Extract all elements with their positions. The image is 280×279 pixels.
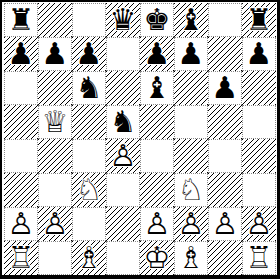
square-h1: ♖	[242, 241, 276, 275]
board-frame: ♜♛♚♝♜♟♟♟♟♟♟♞♝♟♕♞♙♘♘♙♙♙♙♙♙♖♗♔♗♖	[0, 0, 280, 279]
black-knight-c6: ♞	[73, 71, 105, 105]
square-f1: ♗	[174, 241, 208, 275]
square-a7: ♟	[4, 37, 38, 71]
square-f3: ♘	[174, 173, 208, 207]
square-g2: ♙	[208, 207, 242, 241]
white-pawn-e2: ♙	[141, 207, 173, 241]
square-f8: ♝	[174, 3, 208, 37]
square-e1: ♔	[140, 241, 174, 275]
square-h2: ♙	[242, 207, 276, 241]
square-d4: ♙	[106, 139, 140, 173]
white-rook-a1: ♖	[4, 241, 38, 275]
square-e2: ♙	[140, 207, 174, 241]
black-pawn-b7: ♟	[39, 37, 71, 71]
square-f7: ♟	[174, 37, 208, 71]
square-e4	[140, 139, 174, 173]
square-a4	[4, 139, 38, 173]
square-c8	[72, 3, 106, 37]
square-f2: ♙	[174, 207, 208, 241]
square-c4	[72, 139, 106, 173]
white-bishop-c1: ♗	[72, 241, 106, 275]
black-pawn-c7: ♟	[72, 37, 106, 71]
square-e5	[140, 105, 174, 139]
square-d2	[106, 207, 140, 241]
square-b5: ♕	[38, 105, 72, 139]
black-rook-a8: ♜	[5, 3, 37, 37]
white-pawn-a2: ♙	[5, 207, 37, 241]
square-b2: ♙	[38, 207, 72, 241]
square-g4	[208, 139, 242, 173]
square-f6	[174, 71, 208, 105]
square-h3	[242, 173, 276, 207]
square-e8: ♚	[140, 3, 174, 37]
white-queen-b5: ♕	[39, 105, 71, 139]
white-bishop-f1: ♗	[175, 241, 207, 275]
white-pawn-b2: ♙	[38, 207, 72, 241]
chess-board: ♜♛♚♝♜♟♟♟♟♟♟♞♝♟♕♞♙♘♘♙♙♙♙♙♙♖♗♔♗♖	[4, 3, 276, 275]
black-bishop-f8: ♝	[174, 3, 208, 37]
square-c7: ♟	[72, 37, 106, 71]
square-c2	[72, 207, 106, 241]
square-h5	[242, 105, 276, 139]
square-g5	[208, 105, 242, 139]
square-c3: ♘	[72, 173, 106, 207]
black-pawn-e7: ♟	[140, 37, 174, 71]
black-rook-h8: ♜	[242, 3, 276, 37]
white-pawn-d4: ♙	[106, 139, 140, 173]
square-b4	[38, 139, 72, 173]
square-d5: ♞	[106, 105, 140, 139]
square-h8: ♜	[242, 3, 276, 37]
square-g7	[208, 37, 242, 71]
square-h4	[242, 139, 276, 173]
square-f5	[174, 105, 208, 139]
square-g1	[208, 241, 242, 275]
square-b7: ♟	[38, 37, 72, 71]
black-pawn-g6: ♟	[209, 71, 241, 105]
square-d7	[106, 37, 140, 71]
square-f4	[174, 139, 208, 173]
chess-diagram: ♜♛♚♝♜♟♟♟♟♟♟♞♝♟♕♞♙♘♘♙♙♙♙♙♙♖♗♔♗♖	[0, 0, 280, 279]
square-c6: ♞	[72, 71, 106, 105]
square-h7: ♟	[242, 37, 276, 71]
square-e7: ♟	[140, 37, 174, 71]
black-pawn-a7: ♟	[4, 37, 38, 71]
square-b1	[38, 241, 72, 275]
square-b3	[38, 173, 72, 207]
square-e3	[140, 173, 174, 207]
square-a5	[4, 105, 38, 139]
white-king-e1: ♔	[140, 241, 174, 275]
white-knight-c3: ♘	[72, 173, 106, 207]
square-a8: ♜	[4, 3, 38, 37]
square-b8	[38, 3, 72, 37]
square-a3	[4, 173, 38, 207]
square-c5	[72, 105, 106, 139]
square-d3	[106, 173, 140, 207]
black-bishop-e6: ♝	[141, 71, 173, 105]
square-d8: ♛	[106, 3, 140, 37]
square-a1: ♖	[4, 241, 38, 275]
square-a6	[4, 71, 38, 105]
square-h6	[242, 71, 276, 105]
square-d1	[106, 241, 140, 275]
white-pawn-g2: ♙	[209, 207, 241, 241]
black-pawn-f7: ♟	[175, 37, 207, 71]
square-c1: ♗	[72, 241, 106, 275]
black-knight-d5: ♞	[107, 105, 139, 139]
square-d6	[106, 71, 140, 105]
black-king-e8: ♚	[141, 3, 173, 37]
white-pawn-h2: ♙	[242, 207, 276, 241]
black-queen-d8: ♛	[106, 3, 140, 37]
white-knight-f3: ♘	[175, 173, 207, 207]
square-g3	[208, 173, 242, 207]
white-pawn-f2: ♙	[174, 207, 208, 241]
square-e6: ♝	[140, 71, 174, 105]
square-g6: ♟	[208, 71, 242, 105]
square-a2: ♙	[4, 207, 38, 241]
square-g8	[208, 3, 242, 37]
square-b6	[38, 71, 72, 105]
black-pawn-h7: ♟	[243, 37, 275, 71]
white-rook-h1: ♖	[243, 241, 275, 275]
